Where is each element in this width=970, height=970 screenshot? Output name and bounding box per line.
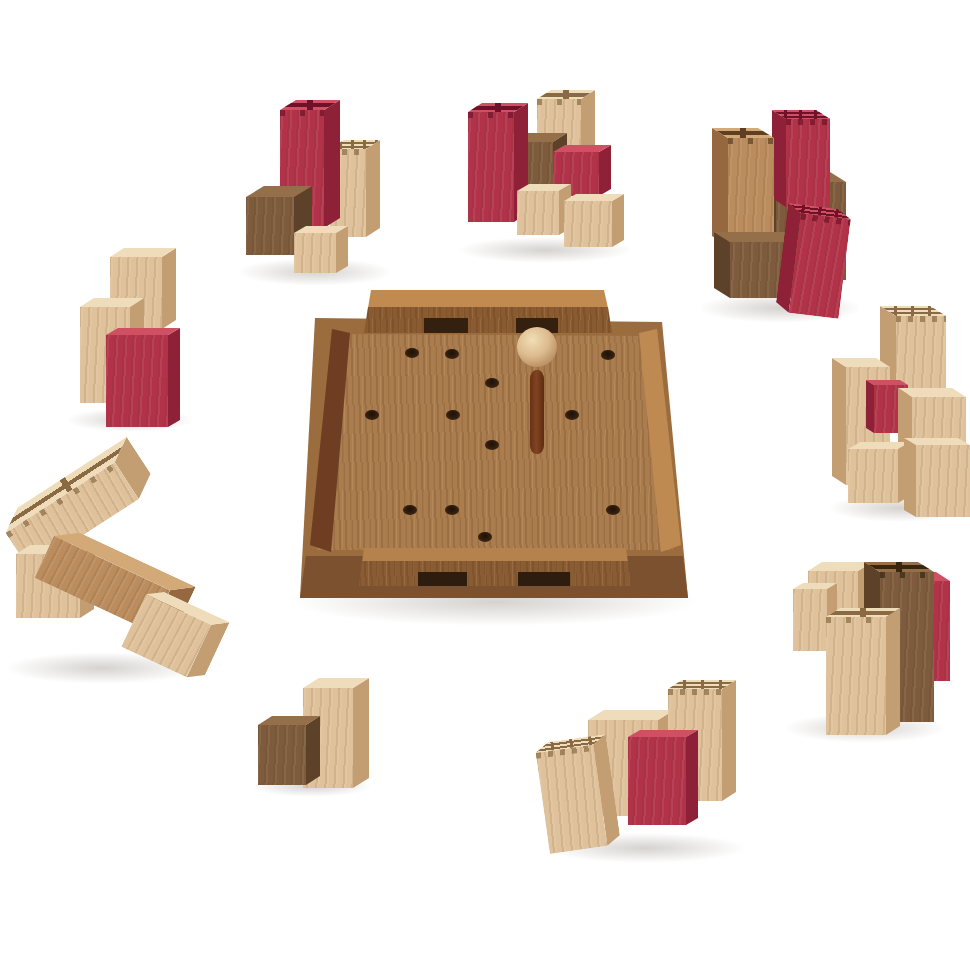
block-side-face	[513, 133, 567, 190]
block-front-face	[110, 248, 176, 329]
block-top-face	[808, 562, 872, 635]
puzzle-scene	[0, 0, 970, 970]
red-cube	[628, 730, 698, 825]
block-side-face	[537, 90, 595, 185]
block-top-face	[712, 128, 774, 246]
board-surface	[0, 0, 970, 970]
block-side-face	[246, 186, 312, 255]
block-front-face	[772, 110, 830, 207]
peg-hole	[403, 505, 417, 515]
block-front-face	[468, 103, 528, 222]
block-side-face	[628, 730, 698, 825]
peg-hole	[565, 410, 579, 420]
peg-hole	[445, 349, 459, 359]
block-top-face	[553, 145, 611, 196]
peg-hole	[445, 505, 459, 515]
block-top-face	[80, 298, 144, 403]
natural-arm-notched	[0, 437, 159, 570]
block-side-face	[468, 103, 528, 222]
block-side-face	[16, 545, 94, 618]
walnut-base-block	[714, 232, 802, 298]
block-side-face	[517, 184, 571, 235]
block-top-face	[793, 583, 837, 651]
peg-hole	[485, 378, 499, 388]
block-top-face	[537, 90, 595, 185]
block-front-face	[34, 523, 195, 641]
natural-roof-block	[80, 298, 144, 403]
natural-block	[898, 388, 966, 459]
block-top-face	[668, 680, 736, 801]
block-side-face	[866, 380, 908, 433]
block-side-face	[864, 562, 934, 722]
block-front-face	[80, 298, 144, 403]
ground-shadow	[543, 833, 747, 863]
block-top-face	[16, 545, 94, 618]
ground-shadow	[828, 494, 970, 522]
block-side-face	[553, 145, 611, 196]
block-front-face	[513, 133, 567, 190]
block-front-face	[832, 358, 890, 485]
block-top-face	[517, 184, 571, 235]
block-front-face	[668, 680, 736, 801]
block-side-face	[588, 710, 674, 816]
block-top-edge-notches	[800, 213, 850, 225]
block-top-face	[898, 388, 966, 459]
block-top-face	[280, 100, 340, 228]
peg-hole	[601, 350, 615, 360]
block-top-edge-notches	[468, 112, 514, 118]
natural-pillar-waffle-top	[880, 306, 946, 412]
block-side-face	[880, 306, 946, 412]
block-front-face	[280, 100, 340, 228]
pin-ball[interactable]	[517, 327, 557, 367]
peg-hole	[606, 505, 620, 515]
block-top-face	[303, 678, 369, 788]
block-front-face	[898, 388, 966, 459]
block-side-face	[832, 358, 890, 485]
natural-pillar-waffle-top	[330, 140, 380, 237]
natural-bar	[303, 678, 369, 788]
block-side-face	[808, 562, 872, 635]
block-top-edge-notches	[880, 572, 934, 578]
tan-pillar-castellated	[712, 128, 774, 246]
block-top-face	[34, 523, 195, 641]
block-front-face	[866, 380, 908, 433]
block-side-face	[110, 248, 176, 329]
walnut-cube	[513, 133, 567, 190]
block-side-face	[303, 678, 369, 788]
block-side-face	[850, 572, 950, 681]
peg-hole	[446, 410, 460, 420]
block-top-edge-notches	[826, 617, 886, 623]
block-front-face	[628, 730, 698, 825]
block-top-face	[513, 133, 567, 190]
peg-hole	[478, 532, 492, 542]
block-top-edge-notches	[896, 316, 946, 322]
tan-arm	[34, 523, 195, 641]
block-top-edge-notches	[280, 110, 324, 116]
block-side-face	[714, 232, 802, 298]
block-side-face	[760, 172, 846, 280]
block-front-face	[303, 678, 369, 788]
block-top-face	[110, 248, 176, 329]
ground-shadow	[237, 258, 393, 286]
block-front-face	[588, 710, 674, 816]
block-front-face	[880, 306, 946, 412]
block-front-face	[537, 90, 595, 185]
block-front-face	[793, 583, 837, 651]
natural-pillar-waffle-top	[668, 680, 736, 801]
natural-block	[588, 710, 674, 816]
block-top-face	[832, 358, 890, 485]
block-top-face	[864, 562, 934, 722]
block-front-face	[712, 128, 774, 246]
ground-shadow	[698, 293, 862, 323]
block-front-face	[714, 232, 802, 298]
block-top-face	[330, 140, 380, 237]
natural-corner-block	[16, 545, 94, 618]
block-top-face	[866, 380, 908, 433]
block-side-face	[772, 110, 830, 207]
ground-shadow	[252, 775, 372, 797]
natural-roof-block	[808, 562, 872, 635]
block-front-face	[246, 186, 312, 255]
block-side-face	[668, 680, 736, 801]
block-top-edge-notches	[6, 462, 118, 538]
block-top-edge-notches	[330, 149, 366, 155]
block-side-face	[80, 298, 144, 403]
natural-cube	[517, 184, 571, 235]
block-top-face	[628, 730, 698, 825]
red-cube	[553, 145, 611, 196]
block-front-face	[808, 562, 872, 635]
natural-pillar-castellated	[537, 90, 595, 185]
red-slab	[850, 572, 950, 681]
block-top-edge-notches	[668, 689, 722, 695]
block-side-face	[280, 100, 340, 228]
block-top-face	[760, 172, 846, 280]
block-top-edge-notches	[537, 99, 581, 105]
ground-shadow	[783, 713, 947, 743]
natural-block	[832, 358, 890, 485]
walnut-pillar-castellated	[864, 562, 934, 722]
block-front-face	[850, 572, 950, 681]
block-front-face	[0, 437, 159, 570]
product-photo	[0, 0, 970, 970]
block-top-face	[588, 710, 674, 816]
block-side-face	[0, 437, 159, 570]
red-pillar-castellated	[280, 100, 340, 228]
block-side-face	[793, 583, 837, 651]
block-side-face	[330, 140, 380, 237]
block-top-face	[468, 103, 528, 222]
peg-hole	[405, 348, 419, 358]
red-wedge	[866, 380, 908, 433]
block-top-face	[0, 437, 159, 570]
ground-shadow	[457, 237, 633, 263]
block-front-face	[864, 562, 934, 722]
block-side-face	[34, 523, 195, 641]
walnut-cube	[246, 186, 312, 255]
block-top-face	[246, 186, 312, 255]
red-pillar-waffle-top	[772, 110, 830, 207]
red-pillar-castellated	[468, 103, 528, 222]
ground-shadow	[4, 652, 200, 684]
block-front-face	[760, 172, 846, 280]
block-front-face	[330, 140, 380, 237]
block-top-edge-notches	[536, 745, 594, 759]
walnut-slab	[760, 172, 846, 280]
block-top-edge-notches	[728, 138, 774, 144]
natural-block	[793, 583, 837, 651]
block-front-face	[517, 184, 571, 235]
natural-block	[110, 248, 176, 329]
block-top-face	[772, 110, 830, 207]
ground-shadow	[66, 408, 194, 432]
block-top-face	[880, 306, 946, 412]
block-side-face	[712, 128, 774, 246]
block-top-edge-notches	[786, 119, 830, 125]
peg-hole	[365, 410, 379, 420]
block-side-face	[898, 388, 966, 459]
block-top-face	[714, 232, 802, 298]
block-top-face	[850, 572, 950, 681]
pin-shaft[interactable]	[530, 370, 544, 454]
block-front-face	[553, 145, 611, 196]
block-front-face	[16, 545, 94, 618]
peg-hole	[485, 440, 499, 450]
